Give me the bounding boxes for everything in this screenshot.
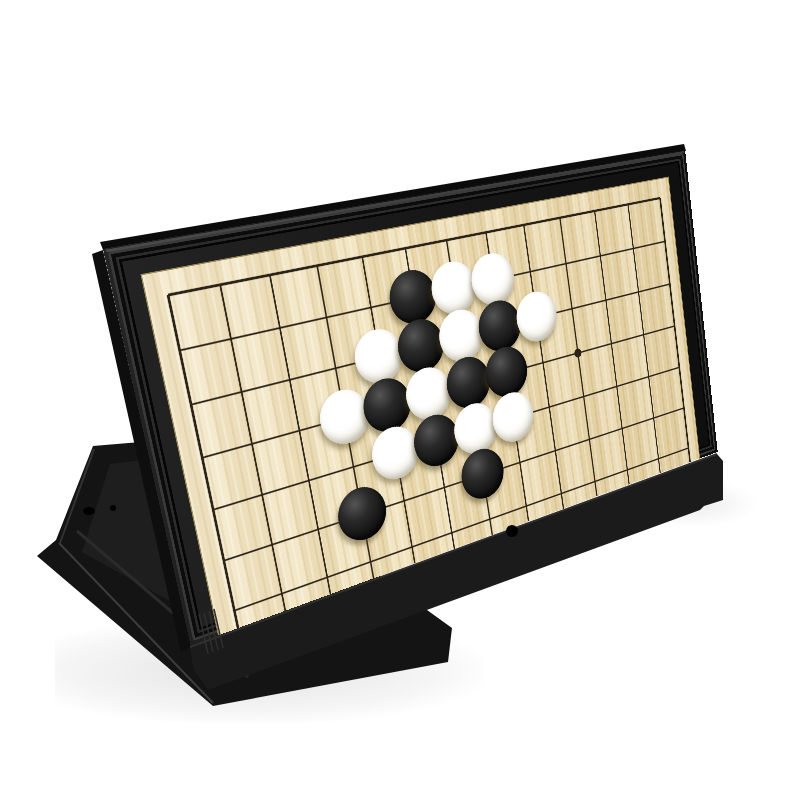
grid-vline — [628, 204, 660, 473]
rim-pin-hole — [110, 505, 116, 511]
grid-vline — [660, 198, 690, 462]
clasp-knob — [83, 507, 95, 515]
product-photo-go-set — [0, 0, 800, 800]
star-point — [574, 348, 582, 359]
grid-vline — [595, 211, 630, 485]
